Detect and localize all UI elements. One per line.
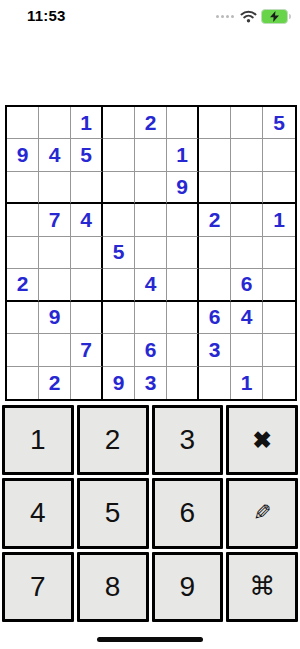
cell-r5c7[interactable]	[199, 237, 231, 269]
key-8-label: 8	[105, 571, 121, 603]
cell-r2c1[interactable]: 9	[7, 139, 39, 171]
cell-r6c4[interactable]	[103, 269, 135, 301]
cell-r2c9[interactable]	[263, 139, 295, 171]
cell-r3c6[interactable]: 9	[167, 172, 199, 204]
cell-r7c2[interactable]: 9	[39, 302, 71, 334]
cell-r6c8[interactable]: 6	[231, 269, 263, 301]
key-6[interactable]: 6	[152, 478, 224, 548]
cell-r8c7[interactable]: 3	[199, 334, 231, 366]
cell-r2c7[interactable]	[199, 139, 231, 171]
cell-r7c1[interactable]	[7, 302, 39, 334]
clear-button-label: ✖	[252, 427, 271, 454]
cell-r3c4[interactable]	[103, 172, 135, 204]
cell-r3c9[interactable]	[263, 172, 295, 204]
key-9[interactable]: 9	[152, 552, 224, 622]
charging-bolt-icon	[270, 11, 279, 22]
key-3[interactable]: 3	[152, 405, 224, 475]
cell-r9c1[interactable]	[7, 367, 39, 399]
cell-r4c8[interactable]	[231, 204, 263, 236]
key-2[interactable]: 2	[77, 405, 149, 475]
status-bar: 11:53	[0, 0, 300, 30]
command-button-label: ⌘	[249, 571, 275, 602]
cell-r4c4[interactable]	[103, 204, 135, 236]
cell-r2c6[interactable]: 1	[167, 139, 199, 171]
key-2-label: 2	[105, 424, 121, 456]
cell-r5c8[interactable]	[231, 237, 263, 269]
cell-r6c9[interactable]	[263, 269, 295, 301]
cell-r6c5[interactable]: 4	[135, 269, 167, 301]
cell-r9c5[interactable]: 3	[135, 367, 167, 399]
cell-r4c9[interactable]: 1	[263, 204, 295, 236]
cell-r7c5[interactable]	[135, 302, 167, 334]
cell-r7c4[interactable]	[103, 302, 135, 334]
cell-r1c2[interactable]	[39, 107, 71, 139]
keypad: 123✖456✎789⌘	[2, 405, 298, 622]
cell-r4c1[interactable]	[7, 204, 39, 236]
cell-r1c3[interactable]: 1	[71, 107, 103, 139]
key-8[interactable]: 8	[77, 552, 149, 622]
cell-r8c9[interactable]	[263, 334, 295, 366]
cell-r6c1[interactable]: 2	[7, 269, 39, 301]
cell-r5c4[interactable]: 5	[103, 237, 135, 269]
key-6-label: 6	[180, 497, 196, 529]
cell-r7c3[interactable]	[71, 302, 103, 334]
cell-r3c7[interactable]	[199, 172, 231, 204]
key-9-label: 9	[180, 571, 196, 603]
cell-r5c6[interactable]	[167, 237, 199, 269]
cell-r8c8[interactable]	[231, 334, 263, 366]
cell-r6c7[interactable]	[199, 269, 231, 301]
cell-r8c1[interactable]	[7, 334, 39, 366]
cell-r3c5[interactable]	[135, 172, 167, 204]
cell-r8c2[interactable]	[39, 334, 71, 366]
cell-r4c5[interactable]	[135, 204, 167, 236]
cell-r7c8[interactable]: 4	[231, 302, 263, 334]
cell-r4c3[interactable]: 4	[71, 204, 103, 236]
key-5-label: 5	[105, 497, 121, 529]
cell-r7c6[interactable]	[167, 302, 199, 334]
key-4-label: 4	[30, 497, 46, 529]
cell-r6c6[interactable]	[167, 269, 199, 301]
cell-r9c7[interactable]	[199, 367, 231, 399]
cell-r6c3[interactable]	[71, 269, 103, 301]
cell-r9c8[interactable]: 1	[231, 367, 263, 399]
pencil-button[interactable]: ✎	[226, 478, 298, 548]
cell-r3c3[interactable]	[71, 172, 103, 204]
cell-r4c2[interactable]: 7	[39, 204, 71, 236]
cell-r4c6[interactable]	[167, 204, 199, 236]
clear-button[interactable]: ✖	[226, 405, 298, 475]
cell-r8c4[interactable]	[103, 334, 135, 366]
pencil-button-label: ✎	[253, 500, 271, 526]
key-5[interactable]: 5	[77, 478, 149, 548]
wifi-icon	[240, 10, 257, 23]
key-3-label: 3	[180, 424, 196, 456]
cell-r9c6[interactable]	[167, 367, 199, 399]
key-7[interactable]: 7	[2, 552, 74, 622]
cell-r5c3[interactable]	[71, 237, 103, 269]
cell-r9c3[interactable]	[71, 367, 103, 399]
cell-r6c2[interactable]	[39, 269, 71, 301]
battery-charging-icon	[261, 9, 288, 24]
cell-r2c3[interactable]: 5	[71, 139, 103, 171]
cell-r4c7[interactable]: 2	[199, 204, 231, 236]
command-button[interactable]: ⌘	[226, 552, 298, 622]
cell-r1c4[interactable]	[103, 107, 135, 139]
cell-r5c1[interactable]	[7, 237, 39, 269]
key-1[interactable]: 1	[2, 405, 74, 475]
cell-r8c6[interactable]	[167, 334, 199, 366]
cell-r7c9[interactable]	[263, 302, 295, 334]
cell-r2c8[interactable]	[231, 139, 263, 171]
cell-r5c5[interactable]	[135, 237, 167, 269]
cell-r9c2[interactable]: 2	[39, 367, 71, 399]
cell-r1c7[interactable]	[199, 107, 231, 139]
key-4[interactable]: 4	[2, 478, 74, 548]
cell-r3c2[interactable]	[39, 172, 71, 204]
cell-r2c2[interactable]: 4	[39, 139, 71, 171]
cell-r9c4[interactable]: 9	[103, 367, 135, 399]
key-1-label: 1	[30, 424, 46, 456]
cell-r1c5[interactable]: 2	[135, 107, 167, 139]
cell-r1c6[interactable]	[167, 107, 199, 139]
cell-r2c4[interactable]	[103, 139, 135, 171]
cell-r9c9[interactable]	[263, 367, 295, 399]
cell-r7c7[interactable]: 6	[199, 302, 231, 334]
cell-r1c9[interactable]: 5	[263, 107, 295, 139]
cell-r2c5[interactable]	[135, 139, 167, 171]
sudoku-board: 12594519742152469647632931	[5, 105, 297, 401]
key-7-label: 7	[30, 571, 46, 603]
home-indicator[interactable]	[97, 637, 203, 642]
cell-r1c8[interactable]	[231, 107, 263, 139]
cell-r5c9[interactable]	[263, 237, 295, 269]
cellular-signal-icon	[216, 15, 234, 18]
cell-r3c1[interactable]	[7, 172, 39, 204]
cell-r1c1[interactable]	[7, 107, 39, 139]
cell-r8c3[interactable]: 7	[71, 334, 103, 366]
cell-r5c2[interactable]	[39, 237, 71, 269]
cell-r3c8[interactable]	[231, 172, 263, 204]
clock: 11:53	[27, 7, 66, 24]
cell-r8c5[interactable]: 6	[135, 334, 167, 366]
